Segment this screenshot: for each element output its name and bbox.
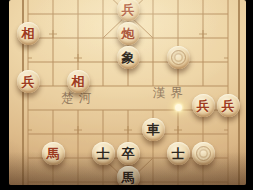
piece-character: 馬 bbox=[122, 171, 135, 184]
piece-red-soldier[interactable]: 兵 bbox=[217, 94, 240, 117]
piece-face-down[interactable] bbox=[192, 142, 215, 165]
piece-character: 兵 bbox=[197, 99, 210, 112]
piece-character: 士 bbox=[97, 147, 110, 160]
piece-red-soldier[interactable]: 兵 bbox=[192, 94, 215, 117]
piece-character: 象 bbox=[122, 51, 135, 64]
piece-red-soldier[interactable]: 兵 bbox=[17, 70, 40, 93]
last-move-indicator bbox=[175, 104, 182, 111]
piece-red-cannon[interactable]: 炮 bbox=[117, 22, 140, 45]
piece-character: 士 bbox=[172, 147, 185, 160]
piece-character: 馬 bbox=[47, 147, 60, 160]
piece-red-horse[interactable]: 馬 bbox=[42, 142, 65, 165]
piece-character: 兵 bbox=[122, 3, 135, 16]
game-screen: 楚河 漢界 兵相炮象兵相兵兵車馬士卒士馬 bbox=[0, 0, 253, 190]
piece-red-soldier[interactable]: 兵 bbox=[117, 0, 140, 21]
piece-character: 兵 bbox=[22, 75, 35, 88]
piece-character: 相 bbox=[72, 75, 85, 88]
piece-red-elephant[interactable]: 相 bbox=[17, 22, 40, 45]
pieces-grid: 兵相炮象兵相兵兵車馬士卒士馬 bbox=[16, 0, 241, 185]
xiangqi-board: 楚河 漢界 兵相炮象兵相兵兵車馬士卒士馬 bbox=[9, 0, 246, 185]
piece-black-advisor[interactable]: 士 bbox=[92, 142, 115, 165]
piece-character: 兵 bbox=[222, 99, 235, 112]
piece-black-chariot[interactable]: 車 bbox=[142, 118, 165, 141]
piece-red-elephant[interactable]: 相 bbox=[67, 70, 90, 93]
piece-black-advisor[interactable]: 士 bbox=[167, 142, 190, 165]
piece-character: 卒 bbox=[122, 147, 135, 160]
piece-character: 相 bbox=[22, 27, 35, 40]
piece-black-horse[interactable]: 馬 bbox=[117, 166, 140, 186]
piece-character: 炮 bbox=[122, 27, 135, 40]
piece-face-down[interactable] bbox=[167, 46, 190, 69]
piece-character: 車 bbox=[147, 123, 160, 136]
piece-black-soldier[interactable]: 卒 bbox=[117, 142, 140, 165]
piece-black-elephant[interactable]: 象 bbox=[117, 46, 140, 69]
